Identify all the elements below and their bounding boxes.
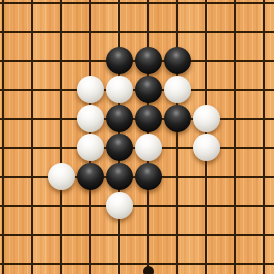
intersection-c0-r0[interactable] — [0, 0, 17, 17]
intersection-c5-r3: ● — [134, 76, 162, 104]
stone-glyph: ○ — [48, 163, 75, 190]
intersection-c0-r8[interactable] — [0, 221, 17, 249]
intersection-c0-r3[interactable] — [0, 76, 17, 104]
stone-glyph: ○ — [77, 105, 104, 132]
intersection-c2-r8[interactable] — [47, 221, 75, 249]
intersection-c3-r7[interactable] — [76, 192, 104, 220]
intersection-c9-r2[interactable] — [250, 47, 274, 75]
stone-glyph: ○ — [135, 134, 162, 161]
intersection-c3-r9[interactable] — [76, 250, 104, 274]
intersection-c6-r5[interactable] — [163, 134, 191, 162]
intersection-c1-r0[interactable] — [18, 0, 46, 17]
stone-glyph: ○ — [106, 192, 133, 219]
intersection-c0-r9[interactable] — [0, 250, 17, 274]
white-stone: ○ — [77, 105, 104, 132]
black-stone: ● — [135, 76, 162, 103]
white-stone: ○ — [77, 134, 104, 161]
stone-glyph: ● — [135, 47, 162, 74]
intersection-c2-r2[interactable] — [47, 47, 75, 75]
intersection-c1-r5[interactable] — [18, 134, 46, 162]
intersection-c9-r0[interactable] — [250, 0, 274, 17]
intersection-c7-r5: ○ — [192, 134, 220, 162]
intersection-c6-r4: ● — [163, 105, 191, 133]
intersection-c6-r6[interactable] — [163, 163, 191, 191]
intersection-c8-r0[interactable] — [221, 0, 249, 17]
intersection-c9-r3[interactable] — [250, 76, 274, 104]
intersection-c4-r9[interactable] — [105, 250, 133, 274]
stone-glyph: ● — [164, 105, 191, 132]
intersection-c1-r3[interactable] — [18, 76, 46, 104]
intersection-c4-r5: ● — [105, 134, 133, 162]
black-stone: ● — [164, 105, 191, 132]
intersection-c1-r6[interactable] — [18, 163, 46, 191]
white-stone: ○ — [193, 105, 220, 132]
intersection-c2-r6: ○ — [47, 163, 75, 191]
intersection-c0-r4[interactable] — [0, 105, 17, 133]
intersection-c5-r8[interactable] — [134, 221, 162, 249]
black-stone: ● — [106, 134, 133, 161]
intersection-c2-r5[interactable] — [47, 134, 75, 162]
intersection-c6-r9[interactable] — [163, 250, 191, 274]
black-stone: ● — [106, 163, 133, 190]
intersection-c3-r4: ○ — [76, 105, 104, 133]
stone-glyph: ● — [135, 76, 162, 103]
intersection-c3-r6: ● — [76, 163, 104, 191]
star-point — [143, 266, 154, 274]
intersection-c4-r6: ● — [105, 163, 133, 191]
stone-glyph: ○ — [77, 134, 104, 161]
stone-glyph: ● — [106, 163, 133, 190]
intersection-c6-r1[interactable] — [163, 18, 191, 46]
intersection-c7-r4: ○ — [192, 105, 220, 133]
intersection-c6-r7[interactable] — [163, 192, 191, 220]
intersection-c0-r6[interactable] — [0, 163, 17, 191]
black-stone: ● — [106, 47, 133, 74]
intersection-c0-r2[interactable] — [0, 47, 17, 75]
intersection-c2-r0[interactable] — [47, 0, 75, 17]
stone-glyph: ● — [164, 47, 191, 74]
intersection-c4-r3: ○ — [105, 76, 133, 104]
stone-glyph: ○ — [164, 76, 191, 103]
intersection-c1-r4[interactable] — [18, 105, 46, 133]
intersection-c6-r8[interactable] — [163, 221, 191, 249]
intersection-c2-r7[interactable] — [47, 192, 75, 220]
intersection-c7-r3[interactable] — [192, 76, 220, 104]
intersection-c8-r9[interactable] — [221, 250, 249, 274]
stone-glyph: ● — [106, 134, 133, 161]
intersection-c7-r9[interactable] — [192, 250, 220, 274]
intersection-c8-r3[interactable] — [221, 76, 249, 104]
intersection-c8-r8[interactable] — [221, 221, 249, 249]
intersection-c8-r7[interactable] — [221, 192, 249, 220]
stone-glyph: ● — [106, 47, 133, 74]
white-stone: ○ — [106, 192, 133, 219]
stone-glyph: ○ — [193, 105, 220, 132]
intersection-c8-r1[interactable] — [221, 18, 249, 46]
stone-glyph: ○ — [106, 76, 133, 103]
go-board[interactable]: ●●●○○●○○●●●○○●○○○●●●○ — [0, 0, 274, 274]
intersection-c5-r7[interactable] — [134, 192, 162, 220]
intersection-c7-r6[interactable] — [192, 163, 220, 191]
intersection-c3-r5: ○ — [76, 134, 104, 162]
intersection-c7-r0[interactable] — [192, 0, 220, 17]
black-stone: ● — [77, 163, 104, 190]
intersection-c8-r5[interactable] — [221, 134, 249, 162]
intersection-c3-r0[interactable] — [76, 0, 104, 17]
intersection-c4-r7: ○ — [105, 192, 133, 220]
white-stone: ○ — [77, 76, 104, 103]
intersection-c8-r2[interactable] — [221, 47, 249, 75]
intersection-c3-r1[interactable] — [76, 18, 104, 46]
intersection-c9-r7[interactable] — [250, 192, 274, 220]
intersection-c1-r8[interactable] — [18, 221, 46, 249]
intersection-c9-r4[interactable] — [250, 105, 274, 133]
intersection-c5-r5: ○ — [134, 134, 162, 162]
intersection-c1-r1[interactable] — [18, 18, 46, 46]
intersection-c9-r5[interactable] — [250, 134, 274, 162]
stone-glyph: ○ — [193, 134, 220, 161]
intersection-c9-r1[interactable] — [250, 18, 274, 46]
intersection-c6-r3: ○ — [163, 76, 191, 104]
intersection-c5-r2: ● — [134, 47, 162, 75]
black-stone: ● — [135, 105, 162, 132]
intersection-c4-r0[interactable] — [105, 0, 133, 17]
intersection-c2-r3[interactable] — [47, 76, 75, 104]
white-stone: ○ — [48, 163, 75, 190]
white-stone: ○ — [193, 134, 220, 161]
intersection-c6-r2: ● — [163, 47, 191, 75]
black-stone: ● — [135, 163, 162, 190]
intersection-c3-r2[interactable] — [76, 47, 104, 75]
white-stone: ○ — [135, 134, 162, 161]
black-stone: ● — [135, 47, 162, 74]
intersection-c9-r9[interactable] — [250, 250, 274, 274]
intersection-c5-r0[interactable] — [134, 0, 162, 17]
intersection-c1-r7[interactable] — [18, 192, 46, 220]
white-stone: ○ — [106, 76, 133, 103]
stone-glyph: ● — [77, 163, 104, 190]
intersection-c9-r8[interactable] — [250, 221, 274, 249]
intersection-c5-r1[interactable] — [134, 18, 162, 46]
stone-glyph: ● — [135, 163, 162, 190]
intersection-c1-r9[interactable] — [18, 250, 46, 274]
white-stone: ○ — [164, 76, 191, 103]
stone-glyph: ● — [135, 105, 162, 132]
intersection-c4-r4: ● — [105, 105, 133, 133]
intersection-c6-r0[interactable] — [163, 0, 191, 17]
intersection-c7-r2[interactable] — [192, 47, 220, 75]
intersection-c1-r2[interactable] — [18, 47, 46, 75]
intersection-c2-r4[interactable] — [47, 105, 75, 133]
intersection-c0-r5[interactable] — [0, 134, 17, 162]
intersection-c9-r6[interactable] — [250, 163, 274, 191]
intersection-c7-r8[interactable] — [192, 221, 220, 249]
intersection-c4-r1[interactable] — [105, 18, 133, 46]
intersection-c0-r1[interactable] — [0, 18, 17, 46]
intersection-c8-r6[interactable] — [221, 163, 249, 191]
black-stone: ● — [106, 105, 133, 132]
intersection-c7-r7[interactable] — [192, 192, 220, 220]
stone-glyph: ○ — [77, 76, 104, 103]
intersection-c2-r9[interactable] — [47, 250, 75, 274]
intersection-c3-r8[interactable] — [76, 221, 104, 249]
intersection-c0-r7[interactable] — [0, 192, 17, 220]
intersection-c5-r6: ● — [134, 163, 162, 191]
intersection-c5-r4: ● — [134, 105, 162, 133]
black-stone: ● — [164, 47, 191, 74]
intersection-c4-r8[interactable] — [105, 221, 133, 249]
intersection-c7-r1[interactable] — [192, 18, 220, 46]
intersection-c4-r2: ● — [105, 47, 133, 75]
intersection-c8-r4[interactable] — [221, 105, 249, 133]
intersection-c3-r3: ○ — [76, 76, 104, 104]
stone-glyph: ● — [106, 105, 133, 132]
intersection-c2-r1[interactable] — [47, 18, 75, 46]
